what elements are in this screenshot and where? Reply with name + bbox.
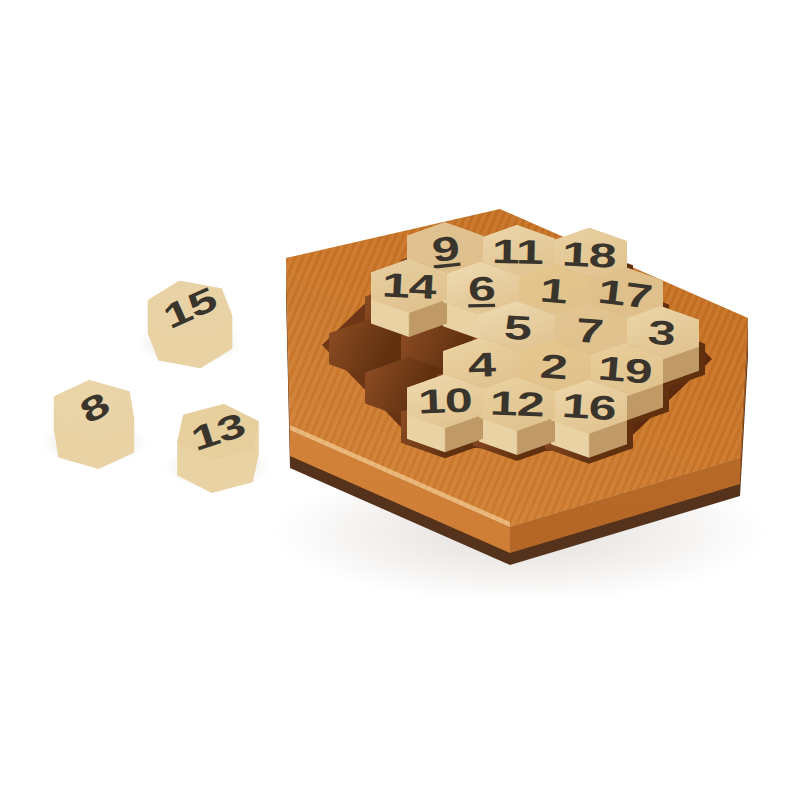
tile-number: 15 — [159, 282, 222, 335]
tile-number-box: 8 — [49, 380, 139, 436]
tile-number: 6 — [467, 271, 494, 305]
hex-row-0: 91118 — [407, 225, 795, 263]
tile-number: 5 — [503, 310, 532, 345]
tile-number: 8 — [74, 387, 114, 430]
tile-number: 11 — [491, 235, 542, 270]
tile-number: 7 — [574, 313, 603, 349]
tile-number: 13 — [187, 408, 249, 457]
product-photo-stage: 911181461175734219101216 15813 — [0, 0, 800, 800]
tile-number-box: 13 — [173, 404, 263, 460]
tile-number: 1 — [538, 273, 568, 309]
tile-number: 17 — [596, 274, 653, 314]
tile-number: 10 — [418, 383, 473, 419]
tile-number: 9 — [430, 231, 460, 268]
tile-number: 12 — [490, 386, 545, 422]
tile-number: 4 — [467, 347, 495, 382]
tile-number: 18 — [561, 236, 616, 273]
tile-number: 2 — [538, 349, 567, 385]
tile-number-box: 15 — [145, 280, 235, 336]
tile-number: 14 — [381, 268, 436, 305]
tile-number: 3 — [646, 315, 676, 351]
tile-number: 19 — [597, 351, 653, 390]
tile-number: 16 — [561, 388, 617, 426]
